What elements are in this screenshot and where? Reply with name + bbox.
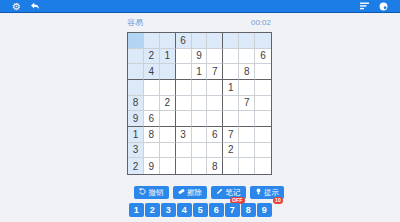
- cell-r6c9[interactable]: [255, 111, 271, 127]
- hint-bulb-icon: [255, 188, 262, 197]
- cell-r3c1[interactable]: [128, 64, 144, 80]
- cell-r2c3[interactable]: 1: [160, 49, 176, 65]
- cell-r8c6[interactable]: [207, 143, 223, 159]
- numpad-8-button[interactable]: 8: [241, 203, 256, 217]
- difficulty-label: 容易: [127, 17, 143, 28]
- sudoku-app: ⚙ 容易 00:02 6219641781827961836732298 撤销擦…: [0, 0, 400, 222]
- cell-r6c8[interactable]: [239, 111, 255, 127]
- undo-button[interactable]: 撤销: [134, 186, 169, 199]
- control-button-label: 撤销: [149, 188, 164, 198]
- cell-r5c8[interactable]: 7: [239, 96, 255, 112]
- cell-r1c3[interactable]: [160, 33, 176, 49]
- cell-r2c2[interactable]: 2: [144, 49, 160, 65]
- cell-r9c1[interactable]: 2: [128, 158, 144, 174]
- cell-r5c6[interactable]: [207, 96, 223, 112]
- timer: 00:02: [251, 18, 271, 27]
- numpad-3-button[interactable]: 3: [161, 203, 176, 217]
- cell-r7c7[interactable]: 7: [223, 127, 239, 143]
- cell-r5c2[interactable]: [144, 96, 160, 112]
- cell-r6c7[interactable]: [223, 111, 239, 127]
- hint-bulb-button[interactable]: 提示10: [250, 186, 285, 199]
- cell-r9c9[interactable]: [255, 158, 271, 174]
- cell-r1c7[interactable]: [223, 33, 239, 49]
- cell-r2c1[interactable]: [128, 49, 144, 65]
- cell-r8c7[interactable]: 2: [223, 143, 239, 159]
- cell-r2c6[interactable]: [207, 49, 223, 65]
- cell-r6c4[interactable]: [176, 111, 192, 127]
- cell-r5c4[interactable]: [176, 96, 192, 112]
- cell-r2c8[interactable]: [239, 49, 255, 65]
- palette-icon[interactable]: [379, 1, 388, 12]
- cell-r6c1[interactable]: 9: [128, 111, 144, 127]
- cell-r8c9[interactable]: [255, 143, 271, 159]
- cell-r5c7[interactable]: [223, 96, 239, 112]
- cell-r1c5[interactable]: [192, 33, 208, 49]
- cell-r7c2[interactable]: 8: [144, 127, 160, 143]
- cell-r2c7[interactable]: [223, 49, 239, 65]
- back-arrow-icon[interactable]: [30, 1, 40, 12]
- cell-r9c3[interactable]: [160, 158, 176, 174]
- cell-r9c4[interactable]: [176, 158, 192, 174]
- cell-r4c8[interactable]: [239, 80, 255, 96]
- cell-r6c6[interactable]: [207, 111, 223, 127]
- pencil-icon: [216, 188, 223, 197]
- numpad-1-button[interactable]: 1: [129, 203, 144, 217]
- cell-r6c3[interactable]: [160, 111, 176, 127]
- cell-r1c8[interactable]: [239, 33, 255, 49]
- numpad-6-button[interactable]: 6: [209, 203, 224, 217]
- cell-r5c9[interactable]: [255, 96, 271, 112]
- cell-r7c4[interactable]: 3: [176, 127, 192, 143]
- numpad-4-button[interactable]: 4: [177, 203, 192, 217]
- cell-r3c8[interactable]: 8: [239, 64, 255, 80]
- cell-r7c6[interactable]: 6: [207, 127, 223, 143]
- cell-r6c2[interactable]: 6: [144, 111, 160, 127]
- numpad-2-button[interactable]: 2: [145, 203, 160, 217]
- top-bar-left: ⚙: [12, 1, 40, 12]
- cell-r4c7[interactable]: 1: [223, 80, 239, 96]
- cell-r2c4[interactable]: [176, 49, 192, 65]
- cell-r1c6[interactable]: [207, 33, 223, 49]
- cell-r8c8[interactable]: [239, 143, 255, 159]
- cell-r7c5[interactable]: [192, 127, 208, 143]
- cell-r3c5[interactable]: 1: [192, 64, 208, 80]
- cell-r5c1[interactable]: 8: [128, 96, 144, 112]
- status-row: 容易 00:02: [127, 15, 271, 30]
- control-badge: 10: [273, 197, 283, 204]
- cell-r9c5[interactable]: [192, 158, 208, 174]
- cell-r4c3[interactable]: [160, 80, 176, 96]
- cell-r8c2[interactable]: [144, 143, 160, 159]
- cell-r6c5[interactable]: [192, 111, 208, 127]
- cell-r1c4[interactable]: 6: [176, 33, 192, 49]
- numpad-7-button[interactable]: 7: [225, 203, 240, 217]
- cell-r5c3[interactable]: 2: [160, 96, 176, 112]
- cell-r8c3[interactable]: [160, 143, 176, 159]
- cell-r3c6[interactable]: 7: [207, 64, 223, 80]
- numpad-9-button[interactable]: 9: [257, 203, 272, 217]
- cell-r3c7[interactable]: [223, 64, 239, 80]
- cell-r4c6[interactable]: [207, 80, 223, 96]
- top-bar: ⚙: [0, 0, 400, 13]
- number-pad: 123456789: [129, 203, 272, 217]
- eraser-icon: [178, 188, 185, 197]
- top-bar-right: [360, 1, 388, 12]
- control-buttons: 撤销擦除笔记OFF提示10: [134, 186, 284, 199]
- eraser-button[interactable]: 擦除: [173, 186, 208, 199]
- sudoku-board: 6219641781827961836732298: [127, 32, 272, 175]
- cell-r8c5[interactable]: [192, 143, 208, 159]
- cell-r7c9[interactable]: [255, 127, 271, 143]
- cell-r1c1[interactable]: [128, 33, 144, 49]
- cell-r4c1[interactable]: [128, 80, 144, 96]
- cell-r3c3[interactable]: [160, 64, 176, 80]
- cell-r8c4[interactable]: [176, 143, 192, 159]
- cell-r1c2[interactable]: [144, 33, 160, 49]
- cell-r4c9[interactable]: [255, 80, 271, 96]
- cell-r9c7[interactable]: [223, 158, 239, 174]
- numpad-5-button[interactable]: 5: [193, 203, 208, 217]
- sort-list-icon[interactable]: [360, 1, 370, 12]
- cell-r7c3[interactable]: [160, 127, 176, 143]
- cell-r7c8[interactable]: [239, 127, 255, 143]
- cell-r1c9[interactable]: [255, 33, 271, 49]
- cell-r4c5[interactable]: [192, 80, 208, 96]
- pencil-button[interactable]: 笔记OFF: [211, 186, 246, 199]
- cell-r8c1[interactable]: 3: [128, 143, 144, 159]
- cell-r3c9[interactable]: [255, 64, 271, 80]
- cell-r3c4[interactable]: [176, 64, 192, 80]
- settings-gear-icon[interactable]: ⚙: [12, 1, 21, 12]
- cell-r9c2[interactable]: 9: [144, 158, 160, 174]
- cell-r3c2[interactable]: 4: [144, 64, 160, 80]
- cell-r2c5[interactable]: 9: [192, 49, 208, 65]
- cell-r7c1[interactable]: 1: [128, 127, 144, 143]
- cell-r4c4[interactable]: [176, 80, 192, 96]
- cell-r4c2[interactable]: [144, 80, 160, 96]
- cell-r2c9[interactable]: 6: [255, 49, 271, 65]
- cell-r9c6[interactable]: 8: [207, 158, 223, 174]
- control-button-label: 擦除: [187, 188, 202, 198]
- cell-r9c8[interactable]: [239, 158, 255, 174]
- undo-icon: [139, 188, 146, 197]
- cell-r5c5[interactable]: [192, 96, 208, 112]
